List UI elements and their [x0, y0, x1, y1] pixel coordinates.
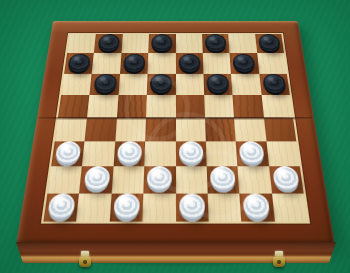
square-r2c1[interactable]: ⛂: [64, 53, 94, 73]
square-r6c2[interactable]: [82, 141, 115, 166]
square-r1c3[interactable]: [121, 34, 149, 53]
square-r6c4[interactable]: [144, 141, 175, 166]
square-r8c3[interactable]: ⛀: [109, 193, 143, 221]
square-r6c8[interactable]: [266, 141, 300, 166]
square-r5c8[interactable]: [264, 118, 297, 142]
checkers-board: ⛂⛂⛂⛂⛂⛂⛂⛂⛂⛂⛂⛂⛀⛀⛀⛀⛀⛀⛀⛀⛀⛀⛀⛀: [16, 21, 334, 243]
square-r1c8[interactable]: ⛂: [255, 34, 284, 53]
black-piece[interactable]: ⛂: [151, 34, 172, 51]
square-r8c4[interactable]: [142, 193, 175, 221]
square-r2c3[interactable]: ⛂: [120, 53, 149, 73]
square-r2c7[interactable]: ⛂: [230, 53, 259, 73]
brass-latch-left[interactable]: [78, 251, 92, 269]
white-draughts-man-glyph: ⛀: [122, 146, 130, 155]
black-draughts-man-glyph: ⛂: [72, 58, 80, 65]
white-piece[interactable]: ⛀: [179, 193, 205, 218]
white-draughts-man-glyph: ⛀: [183, 199, 191, 209]
square-r3c5[interactable]: [176, 74, 205, 95]
square-r4c7[interactable]: [233, 95, 264, 118]
square-r6c6[interactable]: [206, 141, 238, 166]
square-r5c7[interactable]: [234, 118, 266, 142]
white-piece[interactable]: ⛀: [179, 141, 203, 163]
white-draughts-man-glyph: ⛀: [88, 172, 97, 181]
white-piece[interactable]: ⛀: [239, 141, 265, 163]
square-r3c1[interactable]: [61, 74, 92, 95]
square-r4c5[interactable]: [176, 95, 205, 118]
square-r1c6[interactable]: ⛂: [202, 34, 230, 53]
black-piece[interactable]: ⛂: [67, 53, 91, 71]
square-r2c5[interactable]: ⛂: [176, 53, 204, 73]
square-r6c5[interactable]: ⛀: [176, 141, 207, 166]
black-draughts-man-glyph: ⛂: [102, 38, 109, 45]
square-r2c2[interactable]: [92, 53, 121, 73]
square-r8c5[interactable]: ⛀: [176, 193, 209, 221]
white-draughts-man-glyph: ⛀: [277, 172, 286, 181]
latch-plate-icon: [273, 257, 285, 267]
latch-plate-icon: [79, 257, 91, 267]
black-draughts-man-glyph: ⛂: [154, 78, 161, 85]
square-r1c2[interactable]: ⛂: [94, 34, 122, 53]
square-r4c1[interactable]: [58, 95, 90, 118]
white-draughts-man-glyph: ⛀: [244, 146, 253, 155]
white-draughts-man-glyph: ⛀: [152, 172, 160, 181]
black-piece[interactable]: ⛂: [205, 34, 227, 51]
square-r6c1[interactable]: ⛀: [51, 141, 85, 166]
white-piece[interactable]: ⛀: [113, 193, 140, 218]
fold-seam: [39, 117, 313, 119]
square-r5c4[interactable]: [145, 118, 175, 142]
white-draughts-man-glyph: ⛀: [53, 199, 63, 209]
square-r8c8[interactable]: [272, 193, 308, 221]
playing-grid: ⛂⛂⛂⛂⛂⛂⛂⛂⛂⛂⛂⛂⛀⛀⛀⛀⛀⛀⛀⛀⛀⛀⛀⛀: [43, 34, 307, 221]
square-r3c3[interactable]: [118, 74, 147, 95]
black-draughts-man-glyph: ⛂: [209, 38, 216, 45]
black-draughts-man-glyph: ⛂: [127, 58, 134, 65]
black-piece[interactable]: ⛂: [93, 74, 117, 93]
square-r7c2[interactable]: ⛀: [79, 167, 113, 194]
square-r3c6[interactable]: ⛂: [203, 74, 232, 95]
square-r7c5[interactable]: [176, 167, 208, 194]
square-r5c5[interactable]: [176, 118, 206, 142]
black-draughts-man-glyph: ⛂: [155, 38, 162, 45]
white-piece[interactable]: ⛀: [147, 167, 172, 191]
white-draughts-man-glyph: ⛀: [118, 199, 127, 209]
square-r4c4[interactable]: [146, 95, 175, 118]
square-r4c6[interactable]: [204, 95, 234, 118]
square-r8c1[interactable]: ⛀: [43, 193, 79, 221]
square-r8c6[interactable]: [208, 193, 242, 221]
square-r3c8[interactable]: ⛂: [259, 74, 290, 95]
white-piece[interactable]: ⛀: [272, 167, 300, 191]
white-piece[interactable]: ⛀: [83, 167, 110, 191]
black-draughts-man-glyph: ⛂: [262, 38, 270, 45]
square-r5c3[interactable]: [115, 118, 146, 142]
brass-latch-right[interactable]: [272, 251, 286, 269]
black-draughts-man-glyph: ⛂: [266, 78, 274, 85]
square-r2c6[interactable]: [203, 53, 232, 73]
square-r8c7[interactable]: ⛀: [240, 193, 275, 221]
white-draughts-man-glyph: ⛀: [214, 172, 223, 181]
black-draughts-man-glyph: ⛂: [237, 58, 245, 65]
square-r4c8[interactable]: [261, 95, 293, 118]
square-r7c1[interactable]: [47, 167, 82, 194]
square-r7c8[interactable]: ⛀: [269, 167, 304, 194]
white-piece[interactable]: ⛀: [117, 141, 142, 163]
square-r7c7[interactable]: [238, 167, 272, 194]
square-r3c7[interactable]: [231, 74, 261, 95]
square-r2c8[interactable]: [257, 53, 287, 73]
white-draughts-man-glyph: ⛀: [183, 146, 191, 155]
square-r3c2[interactable]: ⛂: [90, 74, 120, 95]
square-r5c2[interactable]: [85, 118, 117, 142]
black-piece[interactable]: ⛂: [178, 53, 200, 71]
square-r5c6[interactable]: [205, 118, 236, 142]
square-r2c4[interactable]: [148, 53, 176, 73]
square-r4c2[interactable]: [87, 95, 118, 118]
white-draughts-man-glyph: ⛀: [248, 199, 257, 209]
square-r1c1[interactable]: [67, 34, 96, 53]
black-draughts-man-glyph: ⛂: [182, 58, 189, 65]
square-r4c3[interactable]: [117, 95, 147, 118]
black-piece[interactable]: ⛂: [233, 53, 256, 71]
black-piece[interactable]: ⛂: [123, 53, 145, 71]
white-piece[interactable]: ⛀: [210, 167, 236, 191]
black-piece[interactable]: ⛂: [258, 34, 281, 51]
black-draughts-man-glyph: ⛂: [98, 78, 106, 85]
square-r7c4[interactable]: ⛀: [143, 167, 175, 194]
black-piece[interactable]: ⛂: [150, 74, 172, 93]
black-piece[interactable]: ⛂: [206, 74, 229, 93]
square-r7c6[interactable]: ⛀: [207, 167, 240, 194]
square-r3c4[interactable]: ⛂: [147, 74, 176, 95]
square-r5c1[interactable]: [55, 118, 88, 142]
square-r1c7[interactable]: [228, 34, 256, 53]
board-front-edge: [16, 242, 336, 263]
white-draughts-man-glyph: ⛀: [60, 146, 69, 155]
square-r7c3[interactable]: [111, 167, 144, 194]
square-r8c2[interactable]: [76, 193, 111, 221]
square-r6c7[interactable]: ⛀: [236, 141, 269, 166]
white-piece[interactable]: ⛀: [55, 141, 82, 163]
black-piece[interactable]: ⛂: [262, 74, 286, 93]
square-r1c4[interactable]: ⛂: [148, 34, 175, 53]
square-r6c3[interactable]: ⛀: [113, 141, 145, 166]
table-felt: ⛂⛂⛂⛂⛂⛂⛂⛂⛂⛂⛂⛂⛀⛀⛀⛀⛀⛀⛀⛀⛀⛀⛀⛀: [0, 0, 350, 273]
white-piece[interactable]: ⛀: [243, 193, 271, 218]
square-r1c5[interactable]: [176, 34, 203, 53]
black-draughts-man-glyph: ⛂: [210, 78, 218, 85]
white-piece[interactable]: ⛀: [47, 193, 75, 218]
black-piece[interactable]: ⛂: [97, 34, 119, 51]
